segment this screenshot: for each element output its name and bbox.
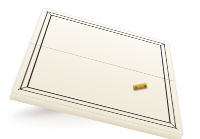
corner-line [170,122,178,129]
clasp-pin [143,85,145,87]
corner-line [160,43,165,45]
clasp-pin [134,86,136,88]
corner-line [18,86,28,90]
corner-line [46,10,51,14]
chess-set-product-photo [0,0,200,139]
